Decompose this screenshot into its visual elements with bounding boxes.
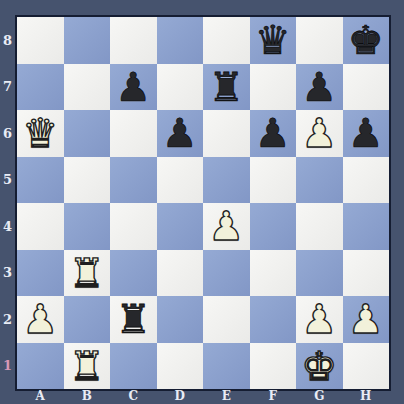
black-queen-piece: ♛ bbox=[255, 20, 291, 60]
square-g4[interactable] bbox=[296, 203, 343, 250]
white-pawn-piece: ♟ bbox=[208, 206, 244, 246]
square-b7[interactable] bbox=[64, 64, 111, 111]
square-c5[interactable] bbox=[110, 157, 157, 204]
rank-label-8: 8 bbox=[0, 17, 15, 64]
white-pawn-piece: ♟ bbox=[22, 299, 58, 339]
square-d4[interactable] bbox=[157, 203, 204, 250]
square-a5[interactable] bbox=[17, 157, 64, 204]
square-g2[interactable]: ♟ bbox=[296, 296, 343, 343]
square-f5[interactable] bbox=[250, 157, 297, 204]
square-b5[interactable] bbox=[64, 157, 111, 204]
white-rook-piece: ♜ bbox=[69, 346, 105, 386]
rank-label-2: 2 bbox=[0, 296, 15, 343]
square-d7[interactable] bbox=[157, 64, 204, 111]
rank-label-4: 4 bbox=[0, 203, 15, 250]
white-rook-piece: ♜ bbox=[69, 253, 105, 293]
white-pawn-piece: ♟ bbox=[301, 113, 337, 153]
file-labels: ABCDEFGH bbox=[17, 389, 389, 404]
rank-label-7: 7 bbox=[0, 64, 15, 111]
white-pawn-piece: ♟ bbox=[301, 299, 337, 339]
square-d6[interactable]: ♟ bbox=[157, 110, 204, 157]
square-h6[interactable]: ♟ bbox=[343, 110, 390, 157]
black-pawn-piece: ♟ bbox=[348, 113, 384, 153]
rank-label-3: 3 bbox=[0, 250, 15, 297]
square-f3[interactable] bbox=[250, 250, 297, 297]
square-c1[interactable] bbox=[110, 343, 157, 390]
square-b1[interactable]: ♜ bbox=[64, 343, 111, 390]
square-d1[interactable] bbox=[157, 343, 204, 390]
square-f4[interactable] bbox=[250, 203, 297, 250]
square-a3[interactable] bbox=[17, 250, 64, 297]
square-c2[interactable]: ♜ bbox=[110, 296, 157, 343]
rank-label-6: 6 bbox=[0, 110, 15, 157]
square-h8[interactable]: ♚ bbox=[343, 17, 390, 64]
square-e4[interactable]: ♟ bbox=[203, 203, 250, 250]
square-c3[interactable] bbox=[110, 250, 157, 297]
square-e6[interactable] bbox=[203, 110, 250, 157]
black-pawn-piece: ♟ bbox=[301, 67, 337, 107]
square-d8[interactable] bbox=[157, 17, 204, 64]
square-f8[interactable]: ♛ bbox=[250, 17, 297, 64]
square-a4[interactable] bbox=[17, 203, 64, 250]
square-e8[interactable] bbox=[203, 17, 250, 64]
square-e5[interactable] bbox=[203, 157, 250, 204]
square-h4[interactable] bbox=[343, 203, 390, 250]
square-e1[interactable] bbox=[203, 343, 250, 390]
square-h1[interactable] bbox=[343, 343, 390, 390]
square-a1[interactable] bbox=[17, 343, 64, 390]
black-pawn-piece: ♟ bbox=[255, 113, 291, 153]
file-label-g: G bbox=[296, 389, 343, 404]
square-f1[interactable] bbox=[250, 343, 297, 390]
square-h3[interactable] bbox=[343, 250, 390, 297]
square-g1[interactable]: ♚ bbox=[296, 343, 343, 390]
square-h2[interactable]: ♟ bbox=[343, 296, 390, 343]
black-king-piece: ♚ bbox=[348, 20, 384, 60]
square-a2[interactable]: ♟ bbox=[17, 296, 64, 343]
square-d5[interactable] bbox=[157, 157, 204, 204]
rank-labels: 87654321 bbox=[0, 17, 15, 389]
file-label-h: H bbox=[343, 389, 390, 404]
square-g6[interactable]: ♟ bbox=[296, 110, 343, 157]
square-a6[interactable]: ♛ bbox=[17, 110, 64, 157]
square-d2[interactable] bbox=[157, 296, 204, 343]
square-e2[interactable] bbox=[203, 296, 250, 343]
square-f6[interactable]: ♟ bbox=[250, 110, 297, 157]
square-h7[interactable] bbox=[343, 64, 390, 111]
square-b4[interactable] bbox=[64, 203, 111, 250]
square-c6[interactable] bbox=[110, 110, 157, 157]
board-grid: ♛♚♟♜♟♛♟♟♟♟♟♜♟♜♟♟♜♚ bbox=[15, 15, 391, 391]
file-label-f: F bbox=[250, 389, 297, 404]
square-a7[interactable] bbox=[17, 64, 64, 111]
square-f7[interactable] bbox=[250, 64, 297, 111]
rank-label-5: 5 bbox=[0, 157, 15, 204]
square-g5[interactable] bbox=[296, 157, 343, 204]
square-f2[interactable] bbox=[250, 296, 297, 343]
black-pawn-piece: ♟ bbox=[115, 67, 151, 107]
square-b6[interactable] bbox=[64, 110, 111, 157]
black-pawn-piece: ♟ bbox=[162, 113, 198, 153]
square-e7[interactable]: ♜ bbox=[203, 64, 250, 111]
chess-board-panel: 87654321 ♛♚♟♜♟♛♟♟♟♟♟♜♟♜♟♟♜♚ ABCDEFGH bbox=[0, 0, 404, 404]
square-e3[interactable] bbox=[203, 250, 250, 297]
white-king-piece: ♚ bbox=[301, 346, 337, 386]
white-pawn-piece: ♟ bbox=[348, 299, 384, 339]
square-g8[interactable] bbox=[296, 17, 343, 64]
square-b8[interactable] bbox=[64, 17, 111, 64]
square-g7[interactable]: ♟ bbox=[296, 64, 343, 111]
square-b2[interactable] bbox=[64, 296, 111, 343]
square-g3[interactable] bbox=[296, 250, 343, 297]
square-c7[interactable]: ♟ bbox=[110, 64, 157, 111]
white-queen-piece: ♛ bbox=[22, 113, 58, 153]
file-label-c: C bbox=[110, 389, 157, 404]
file-label-e: E bbox=[203, 389, 250, 404]
square-a8[interactable] bbox=[17, 17, 64, 64]
file-label-b: B bbox=[64, 389, 111, 404]
black-rook-piece: ♜ bbox=[115, 299, 151, 339]
square-h5[interactable] bbox=[343, 157, 390, 204]
file-label-a: A bbox=[17, 389, 64, 404]
black-rook-piece: ♜ bbox=[208, 67, 244, 107]
file-label-d: D bbox=[157, 389, 204, 404]
square-c4[interactable] bbox=[110, 203, 157, 250]
square-b3[interactable]: ♜ bbox=[64, 250, 111, 297]
square-c8[interactable] bbox=[110, 17, 157, 64]
square-d3[interactable] bbox=[157, 250, 204, 297]
rank-label-1: 1 bbox=[0, 343, 15, 390]
